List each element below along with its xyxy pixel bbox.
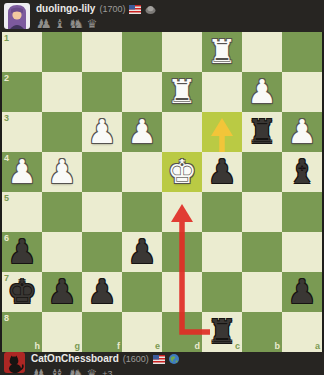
square-f7[interactable]: ♟ [82,272,122,312]
black-pawn[interactable]: ♟ [207,152,237,192]
material-advantage: +3 [102,369,112,375]
square-g2[interactable] [42,72,82,112]
square-a4[interactable]: ♝ [282,152,322,192]
square-a5[interactable] [282,192,322,232]
square-h1[interactable]: 1 [2,32,42,72]
white-pawn[interactable]: ♟ [7,152,37,192]
captured-bishop-icon: ♝ [54,368,65,375]
square-e4[interactable] [122,152,162,192]
square-d7[interactable] [162,272,202,312]
white-pawn[interactable]: ♟ [87,112,117,152]
square-h5[interactable]: 5 [2,192,42,232]
black-rook[interactable]: ♜ [207,312,237,352]
square-h7[interactable]: ♚7 [2,272,42,312]
black-pawn[interactable]: ♟ [7,232,37,272]
square-d1[interactable] [162,32,202,72]
chess-board[interactable]: 1♜2♜♟3♟♟♜♟♟4♟♚♟♝5♟6♟♚7♟♟♟8hgfed♜cba [2,32,322,352]
square-d6[interactable] [162,232,202,272]
player-bar-top: duolingo-lily (1700) ♟♟♝♞♞♛ [0,0,324,32]
top-player-name[interactable]: duolingo-lily [36,3,95,15]
chess-game-widget: duolingo-lily (1700) ♟♟♝♞♞♛ 1♜2♜♟3♟♟♜♟♟4… [0,0,324,375]
square-g1[interactable] [42,32,82,72]
square-f4[interactable] [82,152,122,192]
file-label-c: c [235,341,240,351]
square-b2[interactable]: ♟ [242,72,282,112]
avatar-bottom-player[interactable] [4,352,25,373]
square-f2[interactable] [82,72,122,112]
square-f3[interactable]: ♟ [82,112,122,152]
file-label-a: a [315,341,320,351]
white-king[interactable]: ♚ [167,152,197,192]
square-b6[interactable] [242,232,282,272]
rank-label-7: 7 [4,273,9,283]
white-pawn[interactable]: ♟ [247,72,277,112]
square-a8[interactable]: a [282,312,322,352]
rank-label-3: 3 [4,113,9,123]
square-a3[interactable]: ♟ [282,112,322,152]
captured-queen-icon: ♛ [87,18,98,30]
white-pawn[interactable]: ♟ [127,112,157,152]
square-f6[interactable] [82,232,122,272]
bottom-player-rating: (1600) [123,353,149,365]
rank-label-5: 5 [4,193,9,203]
square-a6[interactable] [282,232,322,272]
black-pawn[interactable]: ♟ [47,272,77,312]
square-c5[interactable] [202,192,242,232]
white-rook[interactable]: ♜ [207,32,237,72]
file-label-f: f [117,341,120,351]
square-e2[interactable] [122,72,162,112]
square-c2[interactable] [202,72,242,112]
white-pawn[interactable]: ♟ [287,112,317,152]
square-b7[interactable] [242,272,282,312]
square-c3[interactable] [202,112,242,152]
square-g3[interactable] [42,112,82,152]
square-h3[interactable]: 3 [2,112,42,152]
square-c7[interactable] [202,272,242,312]
file-label-g: g [75,341,81,351]
square-d4[interactable]: ♚ [162,152,202,192]
avatar-top-player[interactable] [4,3,30,29]
square-d2[interactable]: ♜ [162,72,202,112]
square-c8[interactable]: ♜c [202,312,242,352]
captured-pawn-icon: ♟ [41,18,52,30]
square-e3[interactable]: ♟ [122,112,162,152]
file-label-e: e [155,341,160,351]
bottom-player-name[interactable]: CatOnChessboard [31,353,119,365]
top-player-rating: (1700) [99,3,125,15]
country-flag-icon [153,355,165,364]
square-b4[interactable] [242,152,282,192]
square-b5[interactable] [242,192,282,232]
black-pawn[interactable]: ♟ [287,272,317,312]
square-d8[interactable]: d [162,312,202,352]
file-label-b: b [275,341,281,351]
board-area: 1♜2♜♟3♟♟♜♟♟4♟♚♟♝5♟6♟♚7♟♟♟8hgfed♜cba [0,32,324,352]
square-h2[interactable]: 2 [2,72,42,112]
square-a1[interactable] [282,32,322,72]
rank-label-2: 2 [4,73,9,83]
square-a7[interactable]: ♟ [282,272,322,312]
square-g4[interactable]: ♟ [42,152,82,192]
white-pawn[interactable]: ♟ [47,152,77,192]
captured-knight-icon: ♞ [73,368,84,375]
rank-label-1: 1 [4,33,9,43]
country-flag-icon [129,5,141,14]
square-b3[interactable]: ♜ [242,112,282,152]
square-c1[interactable]: ♜ [202,32,242,72]
square-e6[interactable]: ♟ [122,232,162,272]
square-e8[interactable]: e [122,312,162,352]
rank-label-6: 6 [4,233,9,243]
square-g7[interactable]: ♟ [42,272,82,312]
file-label-d: d [195,341,201,351]
square-f5[interactable] [82,192,122,232]
square-h8[interactable]: 8h [2,312,42,352]
captured-bishop-icon: ♝ [55,18,66,30]
captured-queen-icon: ♛ [87,368,98,375]
square-g8[interactable]: g [42,312,82,352]
rank-label-8: 8 [4,313,9,323]
black-pawn[interactable]: ♟ [87,272,117,312]
square-c4[interactable]: ♟ [202,152,242,192]
square-b8[interactable]: b [242,312,282,352]
square-g5[interactable] [42,192,82,232]
square-d5[interactable] [162,192,202,232]
rank-label-4: 4 [4,153,9,163]
square-e7[interactable] [122,272,162,312]
square-f8[interactable]: f [82,312,122,352]
square-e1[interactable] [122,32,162,72]
square-h6[interactable]: ♟6 [2,232,42,272]
square-g6[interactable] [42,232,82,272]
square-b1[interactable] [242,32,282,72]
black-bishop[interactable]: ♝ [287,152,317,192]
black-king[interactable]: ♚ [7,272,37,312]
captured-knight-icon: ♞ [73,18,84,30]
square-e5[interactable] [122,192,162,232]
square-f1[interactable] [82,32,122,72]
square-c6[interactable] [202,232,242,272]
square-a2[interactable] [282,72,322,112]
captured-pawn-icon: ♟ [36,368,47,375]
player-bar-bottom: CatOnChessboard (1600) ♟♟♝♝♞♞♛+3 [0,352,324,375]
globe-icon [169,354,179,364]
captured-pieces-tray-bottom: ♟♟♝♝♞♞♛+3 [31,367,179,375]
black-cat-avatar-image [4,352,25,373]
file-label-h: h [35,341,41,351]
white-rook[interactable]: ♜ [167,72,197,112]
flair-icon [145,5,156,14]
square-d3[interactable] [162,112,202,152]
black-pawn[interactable]: ♟ [127,232,157,272]
black-rook[interactable]: ♜ [247,112,277,152]
square-h4[interactable]: ♟4 [2,152,42,192]
purple-hair-avatar-image [4,3,30,29]
captured-pieces-tray-top: ♟♟♝♞♞♛ [36,17,156,30]
